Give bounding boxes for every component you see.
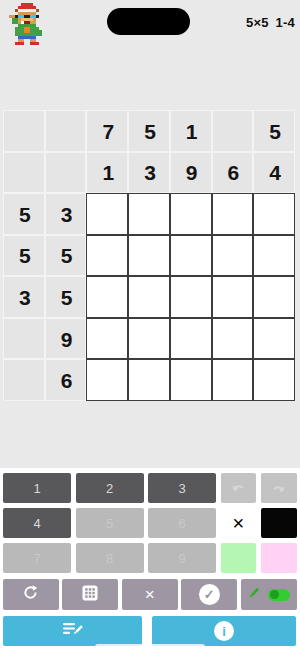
notes-button[interactable] (3, 616, 142, 646)
keypad-row-3: 7 8 9 (3, 543, 297, 573)
board-cell-r4-c3[interactable] (170, 318, 212, 360)
show-grid-button[interactable] (62, 579, 118, 610)
row-clue-cell-r2-c2: 5 (45, 235, 87, 277)
num-button-4[interactable]: 4 (3, 508, 71, 538)
undo-icon (231, 481, 246, 496)
info-icon: i (214, 621, 234, 641)
column-clue-cell-c5-r2: 4 (253, 152, 295, 194)
corner-clue-cell (45, 110, 87, 152)
board-cell-r1-c5[interactable] (253, 193, 295, 235)
erase-button[interactable]: × (221, 508, 257, 538)
action-row: × ✓ (3, 579, 297, 610)
board-cell-r3-c5[interactable] (253, 276, 295, 318)
num-button-1[interactable]: 1 (3, 473, 71, 503)
clear-board-button[interactable]: × (122, 579, 178, 610)
num-button-3[interactable]: 3 (148, 473, 216, 503)
info-button[interactable]: i (152, 616, 296, 646)
board-cell-r2-c3[interactable] (170, 235, 212, 277)
clear-x-icon: × (145, 585, 155, 605)
num-button-5[interactable]: 5 (76, 508, 144, 538)
row-clue-cell-r5-c1 (3, 359, 45, 401)
row-clue-cell-r1-c2: 3 (45, 193, 87, 235)
dynamic-island (107, 8, 190, 35)
board-cell-r1-c1[interactable] (86, 193, 128, 235)
redo-icon (271, 483, 286, 494)
check-button[interactable]: ✓ (181, 579, 237, 610)
board-cell-r5-c5[interactable] (253, 359, 295, 401)
column-clue-cell-c2-r1: 5 (128, 110, 170, 152)
board-cell-r3-c2[interactable] (128, 276, 170, 318)
board-cell-r1-c4[interactable] (212, 193, 254, 235)
corner-clue-cell (45, 152, 87, 194)
row-clue-cell-r3-c1: 3 (3, 276, 45, 318)
num-button-9[interactable]: 9 (148, 543, 216, 573)
column-clue-cell-c3-r1: 1 (170, 110, 212, 152)
board-cell-r4-c4[interactable] (212, 318, 254, 360)
keypad-row-2: 4 5 6 × (3, 508, 297, 538)
notes-edit-icon (62, 621, 83, 641)
row-clue-cell-r1-c1: 5 (3, 193, 45, 235)
board-cell-r5-c2[interactable] (128, 359, 170, 401)
restart-icon (22, 584, 39, 605)
pencil-icon (247, 586, 261, 604)
corner-clue-cell (3, 110, 45, 152)
keypad-row-1: 1 2 3 (3, 473, 297, 503)
num-button-7[interactable]: 7 (3, 543, 71, 573)
check-icon: ✓ (199, 584, 220, 605)
column-clue-cell-c5-r1: 5 (253, 110, 295, 152)
footer-row: i (3, 616, 296, 646)
board-cell-r5-c4[interactable] (212, 359, 254, 401)
row-clue-cell-r4-c1 (3, 318, 45, 360)
num-button-2[interactable]: 2 (76, 473, 144, 503)
pencil-mode-button[interactable] (241, 579, 297, 610)
grid-icon (82, 585, 98, 605)
redo-button[interactable] (261, 473, 297, 503)
column-clue-cell-c3-r2: 9 (170, 152, 212, 194)
num-button-8[interactable]: 8 (76, 543, 144, 573)
toggle-knob (270, 590, 279, 599)
board-cell-r2-c2[interactable] (128, 235, 170, 277)
board-cell-r4-c5[interactable] (253, 318, 295, 360)
board-cell-r5-c3[interactable] (170, 359, 212, 401)
restart-button[interactable] (3, 579, 59, 610)
board-cell-r2-c4[interactable] (212, 235, 254, 277)
column-clue-cell-c2-r2: 3 (128, 152, 170, 194)
board-cell-r3-c1[interactable] (86, 276, 128, 318)
board-cell-r4-c1[interactable] (86, 318, 128, 360)
board-cell-r1-c3[interactable] (170, 193, 212, 235)
digit-range-label: 1-4 (276, 15, 295, 30)
board: 75151396453553596 (3, 110, 295, 401)
board-cell-r3-c3[interactable] (170, 276, 212, 318)
column-clue-cell-c1-r2: 1 (86, 152, 128, 194)
row-clue-cell-r2-c1: 5 (3, 235, 45, 277)
puzzle-info-label: 5×5 1-4 (246, 15, 295, 30)
column-clue-cell-c1-r1: 7 (86, 110, 128, 152)
row-clue-cell-r5-c2: 6 (45, 359, 87, 401)
row-clue-cell-r4-c2: 9 (45, 318, 87, 360)
board-size-label: 5×5 (246, 15, 269, 30)
row-clue-cell-r3-c2: 5 (45, 276, 87, 318)
undo-button[interactable] (221, 473, 257, 503)
column-clue-cell-c4-r1 (212, 110, 254, 152)
keypad-panel: 1 2 3 4 5 6 × 7 8 9 (0, 468, 300, 652)
board-cell-r2-c5[interactable] (253, 235, 295, 277)
column-clue-cell-c4-r2: 6 (212, 152, 254, 194)
num-button-6[interactable]: 6 (148, 508, 216, 538)
pink-color-button[interactable] (261, 543, 297, 573)
app-screen: 5×5 1-4 75151396453553596 1 2 3 4 5 6 (0, 0, 300, 652)
green-color-button[interactable] (221, 543, 257, 573)
pencil-toggle-switch[interactable] (268, 589, 290, 601)
board-cell-r1-c2[interactable] (128, 193, 170, 235)
black-color-button[interactable] (261, 508, 297, 538)
board-cell-r4-c2[interactable] (128, 318, 170, 360)
corner-clue-cell (3, 152, 45, 194)
board-cell-r3-c4[interactable] (212, 276, 254, 318)
board-cell-r5-c1[interactable] (86, 359, 128, 401)
board-cell-r2-c1[interactable] (86, 235, 128, 277)
bear-mascot-icon (9, 3, 45, 48)
home-indicator (95, 644, 205, 649)
